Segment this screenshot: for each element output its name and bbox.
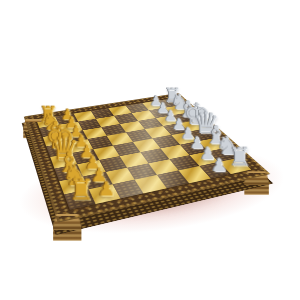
square-a7[interactable]: ♟ [199,162,231,178]
white-pawn-a2[interactable]: ♟ [98,179,116,199]
black-pawn-a7[interactable]: ♟ [211,156,227,174]
white-rook-a1[interactable]: ♜ [69,176,95,205]
black-rook-a8[interactable]: ♜ [228,144,251,170]
chess-board: ♜♟♟♜♞♟♟♞♝♟♟♝♚♟♟♚♛♟♟♛♝♟♟♝♞♟♟♞♜♟♟♜ [24,93,271,223]
chess-set-photo: ♜♟♟♜♞♟♟♞♝♟♟♝♚♟♟♚♛♟♟♛♝♟♟♝♞♟♟♞♜♟♟♜ [0,0,300,300]
chess-scene: ♜♟♟♜♞♟♟♞♝♟♟♝♚♟♟♚♛♟♟♛♝♟♟♝♞♟♟♞♜♟♟♜ [0,0,300,300]
